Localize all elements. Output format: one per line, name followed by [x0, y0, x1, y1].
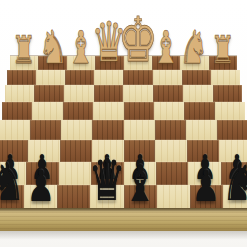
square-r4c1[interactable]	[30, 120, 61, 140]
square-r0c4[interactable]: ♚	[124, 56, 152, 70]
square-r3c2[interactable]	[63, 102, 93, 120]
square-r3c7[interactable]	[215, 102, 245, 120]
square-r0c6[interactable]: ♞	[180, 56, 208, 70]
square-r3c0[interactable]	[2, 102, 32, 120]
square-r1c7[interactable]	[211, 70, 240, 85]
square-r2c6[interactable]	[183, 85, 213, 102]
square-r0c1[interactable]: ♞	[38, 56, 66, 70]
black-pawn[interactable]: ♟	[27, 167, 55, 207]
board-rank-5	[2, 102, 245, 120]
black-knight[interactable]: ♞	[0, 159, 24, 207]
square-r2c1[interactable]	[34, 85, 64, 102]
square-r5c2[interactable]	[60, 140, 92, 162]
board-rank-1: ♞♟♛♝♟♞	[0, 185, 247, 209]
square-r0c0[interactable]: ♜	[10, 56, 38, 70]
black-pawn[interactable]: ♟	[192, 167, 220, 207]
white-knight[interactable]: ♞	[38, 26, 68, 68]
square-r5c5[interactable]	[155, 140, 187, 162]
white-rook[interactable]: ♜	[211, 33, 236, 68]
board-rank-6	[5, 85, 243, 102]
white-rook[interactable]: ♜	[12, 33, 37, 68]
chess-board: ♜♞♝♛♚♝♞♜♟♟♟♟♟♟♞♟♛♝♟♞	[0, 55, 247, 209]
black-bishop[interactable]: ♝	[124, 161, 156, 207]
square-r6c5[interactable]	[156, 162, 188, 185]
square-r4c0[interactable]	[0, 120, 30, 140]
square-r3c1[interactable]	[32, 102, 62, 120]
square-r2c3[interactable]	[94, 85, 124, 102]
square-r2c7[interactable]	[213, 85, 243, 102]
white-knight[interactable]: ♞	[180, 26, 210, 68]
square-r3c6[interactable]	[184, 102, 214, 120]
square-r7c4[interactable]: ♝	[124, 185, 157, 209]
square-r7c5[interactable]	[157, 185, 190, 209]
square-r4c7[interactable]	[217, 120, 247, 140]
square-r3c5[interactable]	[154, 102, 184, 120]
table-shadow	[0, 231, 247, 247]
square-r0c7[interactable]: ♜	[209, 56, 237, 70]
board-rank-8: ♜♞♝♛♚♝♞♜	[10, 55, 237, 70]
square-r0c5[interactable]: ♝	[152, 56, 180, 70]
square-r2c4[interactable]	[123, 85, 153, 102]
square-r3c3[interactable]	[93, 102, 123, 120]
square-r7c2[interactable]	[57, 185, 90, 209]
square-r4c3[interactable]	[92, 120, 123, 140]
square-r3c4[interactable]	[124, 102, 154, 120]
square-r7c0[interactable]: ♞	[0, 185, 24, 209]
square-r7c6[interactable]: ♟	[190, 185, 223, 209]
square-r7c3[interactable]: ♛	[90, 185, 123, 209]
square-r6c2[interactable]	[59, 162, 91, 185]
board-rank-4	[0, 120, 247, 140]
square-r4c2[interactable]	[61, 120, 92, 140]
square-r4c6[interactable]	[186, 120, 217, 140]
square-r4c4[interactable]	[124, 120, 155, 140]
square-r4c5[interactable]	[155, 120, 186, 140]
photo-scene: ♜♞♝♛♚♝♞♜♟♟♟♟♟♟♞♟♛♝♟♞	[0, 0, 247, 247]
square-r7c1[interactable]: ♟	[24, 185, 57, 209]
square-r2c2[interactable]	[64, 85, 94, 102]
square-r2c0[interactable]	[5, 85, 35, 102]
black-knight[interactable]: ♞	[223, 159, 247, 207]
black-queen[interactable]: ♛	[88, 154, 125, 207]
square-r2c5[interactable]	[153, 85, 183, 102]
square-r7c7[interactable]: ♞	[223, 185, 247, 209]
white-bishop[interactable]: ♝	[152, 27, 181, 68]
square-r1c0[interactable]	[7, 70, 36, 85]
